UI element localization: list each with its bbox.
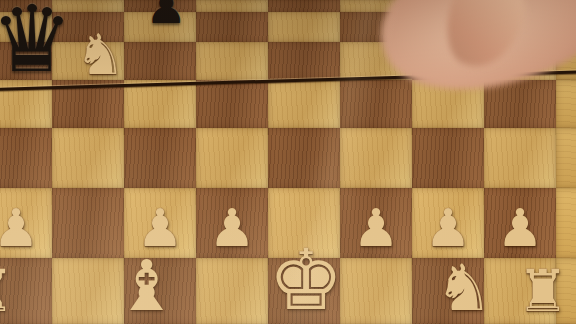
white-rook-piece[interactable]: ♜ — [514, 262, 572, 320]
white-pawn-piece[interactable]: ♟ — [206, 202, 258, 254]
white-king-piece[interactable]: ♚ — [264, 238, 348, 322]
white-knight-piece[interactable]: ♞ — [72, 27, 128, 83]
white-rook-piece[interactable]: ♜ — [0, 262, 18, 320]
white-knight-piece[interactable]: ♞ — [432, 256, 496, 320]
chess-board-photo: ♛♟♞♛♟♟♟♟♟♟♜♝♚♞♜ — [0, 0, 576, 324]
white-pawn-piece[interactable]: ♟ — [494, 202, 546, 254]
white-pawn-piece[interactable]: ♟ — [0, 202, 42, 254]
white-bishop-piece[interactable]: ♝ — [112, 251, 182, 321]
white-pawn-piece[interactable]: ♟ — [350, 202, 402, 254]
white-pawn-piece[interactable]: ♟ — [422, 202, 474, 254]
black-pawn-piece[interactable]: ♟ — [143, 0, 189, 30]
black-queen-piece[interactable]: ♛ — [0, 0, 78, 86]
